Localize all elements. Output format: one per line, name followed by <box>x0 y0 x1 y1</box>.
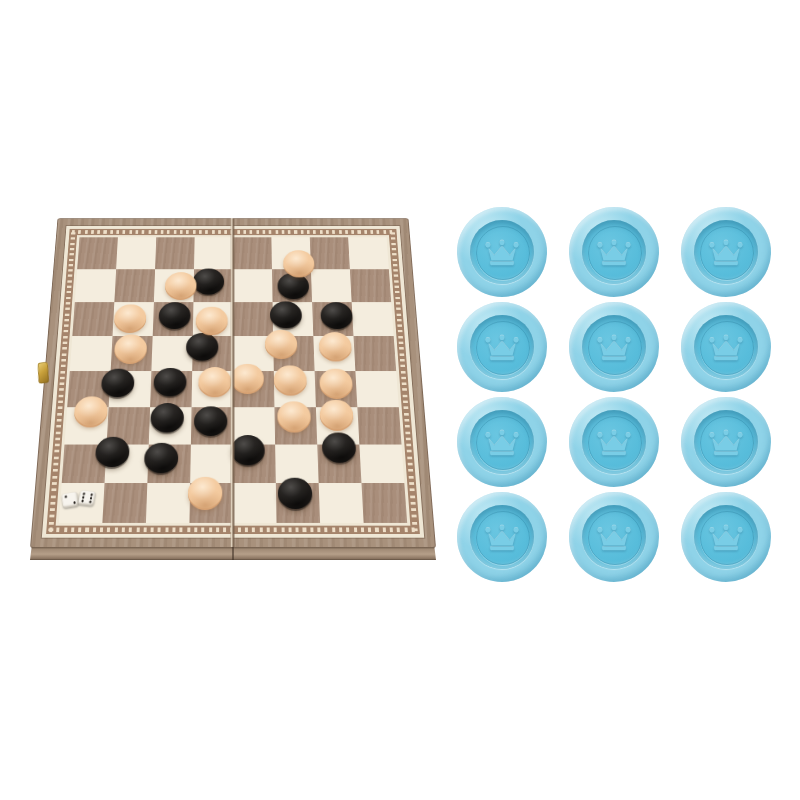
crown-icon <box>483 240 521 267</box>
wood-checker[interactable] <box>187 476 222 507</box>
wood-checker[interactable] <box>264 329 297 357</box>
wood-checker[interactable] <box>195 306 227 333</box>
blue-checker[interactable] <box>569 302 659 392</box>
brass-latch <box>38 362 49 384</box>
crown-icon <box>707 335 745 362</box>
black-checker[interactable] <box>185 333 217 361</box>
blue-checker-recess <box>694 220 758 284</box>
blue-checker[interactable] <box>457 397 547 487</box>
wood-checker[interactable] <box>277 401 311 430</box>
blue-checker[interactable] <box>681 207 771 297</box>
die-pip <box>73 501 76 504</box>
wood-checker[interactable] <box>319 368 353 397</box>
blue-checker-recess <box>582 220 646 284</box>
die-pip <box>90 493 93 496</box>
blue-checker-recess <box>582 505 646 569</box>
crown-icon <box>707 240 745 267</box>
blue-checker[interactable] <box>569 397 659 487</box>
blue-checker-recess <box>470 410 534 474</box>
black-checker[interactable] <box>150 403 184 432</box>
crown-icon <box>483 335 521 362</box>
blue-checker[interactable] <box>457 492 547 582</box>
product-photo-canvas: { "scene": { "type": "product-photo", "b… <box>0 0 800 800</box>
blue-checker-recess <box>694 505 758 569</box>
blue-checker-recess <box>694 315 758 379</box>
crown-icon <box>595 430 633 457</box>
crown-icon <box>707 525 745 552</box>
blue-checker-recess <box>694 410 758 474</box>
blue-checker[interactable] <box>681 397 771 487</box>
wood-checker[interactable] <box>113 304 146 331</box>
crown-icon <box>595 335 633 362</box>
die[interactable] <box>78 490 96 506</box>
black-checker[interactable] <box>153 367 186 396</box>
black-checker[interactable] <box>277 273 309 299</box>
black-checker[interactable] <box>193 406 226 436</box>
blue-checker[interactable] <box>681 492 771 582</box>
black-checker[interactable] <box>143 442 178 472</box>
blue-checkers-grid <box>457 207 771 582</box>
crown-icon <box>595 525 633 552</box>
die-pip <box>90 497 93 500</box>
black-checker[interactable] <box>320 302 353 329</box>
blue-checker[interactable] <box>569 207 659 297</box>
die[interactable] <box>62 492 79 509</box>
blue-checker-recess <box>582 410 646 474</box>
black-checker[interactable] <box>269 301 301 328</box>
blue-checker-recess <box>470 315 534 379</box>
board-front-edge <box>30 547 436 560</box>
blue-checker[interactable] <box>457 302 547 392</box>
crown-icon <box>707 430 745 457</box>
blue-checker[interactable] <box>681 302 771 392</box>
wood-checker[interactable] <box>318 332 351 360</box>
wood-checker[interactable] <box>113 334 146 362</box>
wood-checker[interactable] <box>319 399 353 428</box>
crown-icon <box>595 240 633 267</box>
die-pip <box>89 500 92 503</box>
crown-icon <box>483 430 521 457</box>
wood-checker[interactable] <box>283 250 315 276</box>
black-checker[interactable] <box>100 368 134 397</box>
wood-checker[interactable] <box>164 272 196 298</box>
board-fold-seam <box>230 218 235 548</box>
wood-checker[interactable] <box>198 367 231 396</box>
blue-checker[interactable] <box>569 492 659 582</box>
crown-icon <box>483 525 521 552</box>
wood-checker[interactable] <box>273 365 306 393</box>
black-checker[interactable] <box>192 268 223 294</box>
black-checker[interactable] <box>321 432 356 462</box>
wood-checker[interactable] <box>73 396 108 425</box>
black-checker[interactable] <box>277 477 312 508</box>
blue-checker-recess <box>582 315 646 379</box>
black-checker[interactable] <box>94 436 129 466</box>
blue-checker-recess <box>470 220 534 284</box>
black-checker[interactable] <box>231 435 265 465</box>
blue-checker-recess <box>470 505 534 569</box>
blue-checker[interactable] <box>457 207 547 297</box>
black-checker[interactable] <box>158 302 190 329</box>
checkers-board <box>30 218 436 548</box>
wood-checker[interactable] <box>231 363 264 391</box>
